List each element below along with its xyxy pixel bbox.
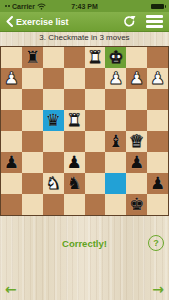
square-b4[interactable] — [22, 131, 43, 152]
next-exercise-button[interactable]: → — [152, 282, 164, 296]
square-h5[interactable] — [147, 110, 168, 131]
square-g8[interactable] — [126, 47, 147, 68]
black-pawn: ♟ — [129, 152, 144, 173]
square-a3[interactable]: ♟ — [1, 152, 22, 173]
square-g3[interactable]: ♟ — [126, 152, 147, 173]
black-pawn: ♟ — [4, 152, 19, 173]
menu-icon — [146, 15, 163, 18]
white-rook: ♜ — [66, 110, 81, 131]
square-c8[interactable] — [43, 47, 64, 68]
square-d3[interactable]: ♟ — [64, 152, 85, 173]
white-pawn: ♟ — [108, 68, 123, 89]
square-d1[interactable] — [64, 194, 85, 215]
square-h3[interactable] — [147, 152, 168, 173]
square-h4[interactable] — [147, 131, 168, 152]
square-b3[interactable] — [22, 152, 43, 173]
square-e6[interactable] — [85, 89, 106, 110]
square-a7[interactable]: ♟ — [1, 68, 22, 89]
refresh-button[interactable] — [120, 14, 138, 30]
square-d8[interactable] — [64, 47, 85, 68]
menu-button[interactable] — [146, 15, 163, 28]
back-chevron-icon — [6, 16, 13, 27]
square-a5[interactable] — [1, 110, 22, 131]
app-screen: Carrier 7:43 PM Exercise list — [0, 0, 169, 300]
black-queen: ♛ — [46, 110, 61, 131]
battery-icon — [151, 4, 164, 9]
square-g7[interactable]: ♟ — [126, 68, 147, 89]
white-pawn: ♟ — [129, 68, 144, 89]
square-c2[interactable]: ♞ — [43, 173, 64, 194]
square-f6[interactable] — [105, 89, 126, 110]
square-a6[interactable] — [1, 89, 22, 110]
square-c4[interactable] — [43, 131, 64, 152]
square-d7[interactable] — [64, 68, 85, 89]
square-c6[interactable] — [43, 89, 64, 110]
black-king: ♚ — [129, 194, 144, 215]
square-e3[interactable] — [85, 152, 106, 173]
square-h2[interactable]: ♟ — [147, 173, 168, 194]
navigation-bar: Exercise list — [0, 12, 169, 32]
square-f1[interactable] — [105, 194, 126, 215]
previous-exercise-button[interactable]: ← — [5, 282, 17, 296]
black-bishop: ♝ — [108, 131, 123, 152]
white-rook: ♜ — [87, 47, 102, 68]
status-bar: Carrier 7:43 PM — [0, 0, 169, 12]
square-c7[interactable] — [43, 68, 64, 89]
square-g6[interactable] — [126, 89, 147, 110]
square-c5[interactable]: ♛ — [43, 110, 64, 131]
help-button[interactable]: ? — [148, 235, 164, 251]
chess-board: ♜♜♚♟♟♟♟♛♜♝♛♟♟♟♞♞♟♚ — [0, 46, 169, 216]
square-h7[interactable]: ♟ — [147, 68, 168, 89]
square-e2[interactable] — [85, 173, 106, 194]
square-c3[interactable] — [43, 152, 64, 173]
exercise-title: 3. Checkmate in 3 moves — [0, 33, 169, 42]
square-b5[interactable] — [22, 110, 43, 131]
left-arrow-icon: ← — [5, 281, 17, 297]
square-g1[interactable]: ♚ — [126, 194, 147, 215]
carrier-label: Carrier — [12, 3, 35, 10]
white-king: ♚ — [108, 47, 123, 68]
square-b7[interactable] — [22, 68, 43, 89]
wifi-icon — [37, 3, 46, 10]
square-a8[interactable] — [1, 47, 22, 68]
square-f2[interactable] — [105, 173, 126, 194]
square-f8[interactable]: ♚ — [105, 47, 126, 68]
feedback-message: Correctly! — [0, 238, 169, 249]
square-e1[interactable] — [85, 194, 106, 215]
back-button-label: Exercise list — [16, 17, 69, 27]
square-b6[interactable] — [22, 89, 43, 110]
back-button[interactable]: Exercise list — [6, 16, 69, 27]
square-d5[interactable]: ♜ — [64, 110, 85, 131]
black-rook: ♜ — [25, 47, 40, 68]
square-b1[interactable] — [22, 194, 43, 215]
square-f4[interactable]: ♝ — [105, 131, 126, 152]
square-d2[interactable]: ♞ — [64, 173, 85, 194]
square-d6[interactable] — [64, 89, 85, 110]
square-h6[interactable] — [147, 89, 168, 110]
square-h8[interactable] — [147, 47, 168, 68]
white-queen: ♛ — [129, 131, 144, 152]
signal-icon — [5, 5, 10, 7]
square-g2[interactable] — [126, 173, 147, 194]
right-arrow-icon: → — [152, 281, 164, 297]
square-e5[interactable] — [85, 110, 106, 131]
question-mark-icon: ? — [153, 238, 159, 248]
square-f3[interactable] — [105, 152, 126, 173]
square-f5[interactable] — [105, 110, 126, 131]
square-b2[interactable] — [22, 173, 43, 194]
black-pawn: ♟ — [66, 152, 81, 173]
square-a2[interactable] — [1, 173, 22, 194]
square-e7[interactable] — [85, 68, 106, 89]
square-b8[interactable]: ♜ — [22, 47, 43, 68]
black-pawn: ♟ — [150, 173, 165, 194]
black-knight: ♞ — [66, 173, 81, 194]
square-a1[interactable] — [1, 194, 22, 215]
square-e8[interactable]: ♜ — [85, 47, 106, 68]
square-d4[interactable] — [64, 131, 85, 152]
square-c1[interactable] — [43, 194, 64, 215]
refresh-icon — [123, 15, 136, 28]
square-g4[interactable]: ♛ — [126, 131, 147, 152]
white-pawn: ♟ — [4, 68, 19, 89]
square-e4[interactable] — [85, 131, 106, 152]
square-g5[interactable] — [126, 110, 147, 131]
square-f7[interactable]: ♟ — [105, 68, 126, 89]
white-knight: ♞ — [46, 173, 61, 194]
square-h1[interactable] — [147, 194, 168, 215]
square-a4[interactable] — [1, 131, 22, 152]
white-pawn: ♟ — [150, 68, 165, 89]
